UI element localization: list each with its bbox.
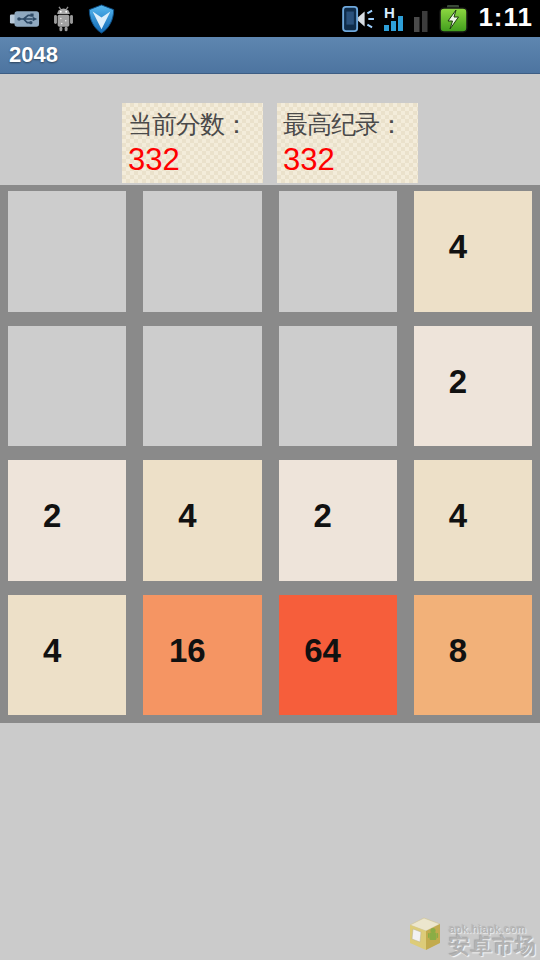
tile-4-r3c4: 4 <box>414 460 532 581</box>
tile-value: 2 <box>313 497 331 535</box>
tile-16-r4c2: 16 <box>143 595 261 716</box>
current-score-box: 当前分数： 332 <box>122 103 263 183</box>
best-score-value: 332 <box>283 142 412 178</box>
tile-value: 2 <box>449 363 467 401</box>
title-bar: 2048 <box>0 37 540 74</box>
phone-audio-icon <box>340 5 378 33</box>
clock: 1:11 <box>476 2 536 35</box>
app-store-watermark: apk.hiapk.com 安卓市场 <box>402 914 537 958</box>
status-bar: H 1:11 <box>0 0 540 37</box>
tile-4-r3c2: 4 <box>143 460 261 581</box>
shield-icon <box>87 4 116 34</box>
app-title: 2048 <box>9 42 58 68</box>
tile-value: 16 <box>169 632 206 670</box>
empty-cell-r2c1 <box>8 326 126 447</box>
tile-value: 4 <box>449 497 467 535</box>
best-score-label: 最高纪录： <box>283 106 412 142</box>
network-type-label: H <box>384 5 395 21</box>
tile-value: 4 <box>449 228 467 266</box>
tile-4-r4c1: 4 <box>8 595 126 716</box>
usb-icon <box>9 9 40 29</box>
tile-value: 2 <box>43 497 61 535</box>
app-store-box-icon <box>402 914 446 958</box>
android-debug-icon <box>51 5 76 32</box>
score-panel: 当前分数： 332 最高纪录： 332 <box>0 103 540 183</box>
tile-value: 8 <box>449 632 467 670</box>
tile-value: 4 <box>43 632 61 670</box>
board[interactable]: 422424416648 <box>0 185 540 723</box>
empty-cell-r1c3 <box>279 191 397 312</box>
current-score-label: 当前分数： <box>128 106 257 142</box>
tile-2-r2c4: 2 <box>414 326 532 447</box>
empty-cell-r1c2 <box>143 191 261 312</box>
current-score-value: 332 <box>128 142 257 178</box>
tile-value: 4 <box>178 497 196 535</box>
tile-64-r4c3: 64 <box>279 595 397 716</box>
tile-value: 64 <box>304 632 341 670</box>
tile-8-r4c4: 8 <box>414 595 532 716</box>
watermark-store-name: 安卓市场 <box>449 935 537 956</box>
battery-icon <box>436 5 471 33</box>
signal-bars-icon <box>414 6 431 32</box>
empty-cell-r1c1 <box>8 191 126 312</box>
best-score-box: 最高纪录： 332 <box>277 103 418 183</box>
network-h-icon: H <box>383 5 409 32</box>
empty-cell-r2c2 <box>143 326 261 447</box>
tile-4-r1c4: 4 <box>414 191 532 312</box>
tile-2-r3c1: 2 <box>8 460 126 581</box>
empty-cell-r2c3 <box>279 326 397 447</box>
tile-2-r3c3: 2 <box>279 460 397 581</box>
